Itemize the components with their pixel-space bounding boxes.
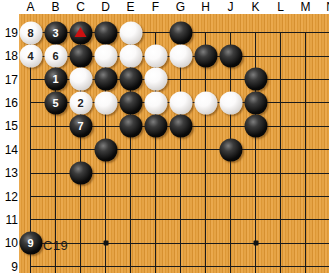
stone-black-E16 — [119, 91, 142, 114]
grid-vline — [230, 161, 231, 184]
grid-vline — [305, 255, 306, 273]
board-point-A13[interactable] — [18, 161, 43, 184]
board-point-B11[interactable] — [43, 208, 68, 231]
move-number-6: 6 — [52, 51, 58, 62]
stone-black-G15 — [169, 115, 192, 138]
grid-hline — [318, 219, 329, 220]
board-point-G18[interactable] — [168, 44, 193, 67]
board-point-G13[interactable] — [168, 161, 193, 184]
go-board-diagram: 834615279 ABCDEFGHJKLMN 1918171615141312… — [0, 0, 329, 273]
grid-vline — [255, 33, 256, 45]
go-board-grid: 834615279 — [18, 21, 329, 273]
grid-vline — [255, 161, 256, 184]
grid-hline — [31, 102, 44, 103]
board-point-E11[interactable] — [118, 208, 143, 231]
board-point-D14[interactable] — [93, 138, 118, 161]
caption-move-number: 9 — [27, 238, 33, 249]
grid-vline — [205, 208, 206, 231]
grid-vline — [155, 161, 156, 184]
board-point-D9[interactable] — [93, 255, 118, 273]
grid-vline — [205, 255, 206, 273]
grid-vline — [55, 208, 56, 231]
grid-vline — [80, 208, 81, 231]
grid-vline — [155, 185, 156, 208]
board-point-B13[interactable] — [43, 161, 68, 184]
grid-vline — [30, 138, 31, 161]
row-label-15: 15 — [0, 119, 19, 133]
stone-black-H18 — [194, 45, 217, 68]
board-point-D11[interactable] — [93, 208, 118, 231]
board-point-G14[interactable] — [168, 138, 193, 161]
grid-vline — [205, 232, 206, 255]
board-point-K17[interactable] — [243, 68, 268, 91]
grid-vline — [305, 138, 306, 161]
board-point-N11[interactable] — [318, 208, 329, 231]
column-label-J: J — [221, 0, 241, 14]
board-point-L9[interactable] — [268, 255, 293, 273]
board-point-H9[interactable] — [193, 255, 218, 273]
board-point-G9[interactable] — [168, 255, 193, 273]
board-point-A17[interactable] — [18, 68, 43, 91]
board-point-E10[interactable] — [118, 232, 143, 255]
grid-vline — [55, 161, 56, 184]
column-labels-strip: ABCDEFGHJKLMN — [0, 0, 329, 14]
board-point-H13[interactable] — [193, 161, 218, 184]
board-point-G17[interactable] — [168, 68, 193, 91]
board-point-F11[interactable] — [143, 208, 168, 231]
grid-vline — [155, 232, 156, 255]
grid-vline — [180, 161, 181, 184]
board-point-C9[interactable] — [68, 255, 93, 273]
stone-white-D16 — [94, 91, 117, 114]
grid-vline — [155, 255, 156, 273]
board-point-H15[interactable] — [193, 115, 218, 138]
row-label-9: 9 — [0, 260, 19, 273]
board-point-F19[interactable] — [143, 21, 168, 44]
grid-vline — [180, 185, 181, 208]
board-point-G16[interactable] — [168, 91, 193, 114]
column-label-C: C — [71, 0, 91, 14]
board-point-N14[interactable] — [318, 138, 329, 161]
board-point-F14[interactable] — [143, 138, 168, 161]
column-label-L: L — [271, 0, 291, 14]
grid-vline — [30, 208, 31, 231]
grid-vline — [205, 161, 206, 184]
board-point-C12[interactable] — [68, 185, 93, 208]
board-point-H12[interactable] — [193, 185, 218, 208]
grid-vline — [255, 44, 256, 67]
board-point-H18[interactable] — [193, 44, 218, 67]
move-number-2: 2 — [77, 97, 83, 108]
stone-black-K16 — [244, 91, 267, 114]
board-point-J9[interactable] — [218, 255, 243, 273]
stone-black-F15 — [144, 115, 167, 138]
board-point-C19[interactable] — [68, 21, 93, 44]
board-point-M13[interactable] — [293, 161, 318, 184]
board-point-E14[interactable] — [118, 138, 143, 161]
stone-black-E17 — [119, 68, 142, 91]
board-point-F12[interactable] — [143, 185, 168, 208]
board-point-A12[interactable] — [18, 185, 43, 208]
board-point-C14[interactable] — [68, 138, 93, 161]
board-point-K14[interactable] — [243, 138, 268, 161]
board-point-M17[interactable] — [293, 68, 318, 91]
grid-hline — [31, 126, 44, 127]
board-point-K11[interactable] — [243, 208, 268, 231]
grid-hline — [318, 173, 329, 174]
grid-vline — [255, 255, 256, 273]
board-point-D13[interactable] — [93, 161, 118, 184]
grid-vline — [255, 138, 256, 161]
board-point-G19[interactable] — [168, 21, 193, 44]
grid-vline — [130, 138, 131, 161]
grid-vline — [230, 68, 231, 91]
grid-vline — [280, 138, 281, 161]
board-point-F18[interactable] — [143, 44, 168, 67]
stone-black-E15 — [119, 115, 142, 138]
board-point-N15[interactable] — [318, 115, 329, 138]
grid-hline — [318, 56, 329, 57]
grid-vline — [30, 255, 31, 273]
grid-vline — [280, 208, 281, 231]
board-point-N9[interactable] — [318, 255, 329, 273]
grid-hline — [318, 149, 329, 150]
grid-vline — [130, 185, 131, 208]
board-point-L17[interactable] — [268, 68, 293, 91]
board-point-K12[interactable] — [243, 185, 268, 208]
column-label-N: N — [321, 0, 329, 14]
board-point-L14[interactable] — [268, 138, 293, 161]
grid-vline — [230, 33, 231, 45]
board-point-E15[interactable] — [118, 115, 143, 138]
board-point-F15[interactable] — [143, 115, 168, 138]
grid-vline — [280, 255, 281, 273]
grid-vline — [205, 115, 206, 138]
row-label-13: 13 — [0, 166, 19, 180]
board-point-F10[interactable] — [143, 232, 168, 255]
board-point-B19[interactable]: 3 — [43, 21, 68, 44]
grid-hline — [318, 126, 329, 127]
grid-vline — [80, 138, 81, 161]
grid-hline — [318, 32, 329, 33]
stone-black-C15: 7 — [69, 115, 92, 138]
board-point-M9[interactable] — [293, 255, 318, 273]
board-point-L15[interactable] — [268, 115, 293, 138]
stone-black-D17 — [94, 68, 117, 91]
board-point-L12[interactable] — [268, 185, 293, 208]
board-point-G15[interactable] — [168, 115, 193, 138]
grid-vline — [130, 208, 131, 231]
board-point-B14[interactable] — [43, 138, 68, 161]
grid-vline — [130, 255, 131, 273]
move-number-1: 1 — [52, 74, 58, 85]
stone-white-D18 — [94, 45, 117, 68]
board-point-G12[interactable] — [168, 185, 193, 208]
row-label-18: 18 — [0, 49, 19, 63]
grid-vline — [205, 138, 206, 161]
grid-vline — [255, 185, 256, 208]
grid-hline — [318, 196, 329, 197]
column-label-M: M — [296, 0, 316, 14]
board-point-F16[interactable] — [143, 91, 168, 114]
board-point-A15[interactable] — [18, 115, 43, 138]
move-number-8: 8 — [27, 27, 33, 38]
board-point-M16[interactable] — [293, 91, 318, 114]
grid-vline — [30, 161, 31, 184]
column-label-B: B — [46, 0, 66, 14]
grid-vline — [180, 232, 181, 255]
board-point-F17[interactable] — [143, 68, 168, 91]
board-point-D12[interactable] — [93, 185, 118, 208]
grid-vline — [30, 68, 31, 91]
star-point-D10 — [103, 241, 108, 246]
board-point-K10[interactable] — [243, 232, 268, 255]
grid-vline — [305, 68, 306, 91]
stone-black-D19 — [94, 21, 117, 44]
grid-vline — [230, 255, 231, 273]
grid-vline — [80, 255, 81, 273]
board-point-N19[interactable] — [318, 21, 329, 44]
grid-vline — [30, 115, 31, 138]
grid-vline — [30, 185, 31, 208]
board-point-N17[interactable] — [318, 68, 329, 91]
grid-hline — [318, 243, 329, 244]
board-point-B12[interactable] — [43, 185, 68, 208]
board-point-K18[interactable] — [243, 44, 268, 67]
stone-white-E18 — [119, 45, 142, 68]
grid-vline — [130, 232, 131, 255]
stone-black-J14 — [219, 138, 242, 161]
board-point-A11[interactable] — [18, 208, 43, 231]
stone-black-G19 — [169, 21, 192, 44]
board-point-C18[interactable] — [68, 44, 93, 67]
board-point-D15[interactable] — [93, 115, 118, 138]
board-point-M11[interactable] — [293, 208, 318, 231]
grid-vline — [280, 115, 281, 138]
row-label-14: 14 — [0, 143, 19, 157]
board-point-H14[interactable] — [193, 138, 218, 161]
board-point-B17[interactable]: 1 — [43, 68, 68, 91]
board-point-H10[interactable] — [193, 232, 218, 255]
board-point-J14[interactable] — [218, 138, 243, 161]
column-label-H: H — [196, 0, 216, 14]
board-point-E17[interactable] — [118, 68, 143, 91]
board-point-K16[interactable] — [243, 91, 268, 114]
board-point-G10[interactable] — [168, 232, 193, 255]
board-point-H17[interactable] — [193, 68, 218, 91]
board-point-H11[interactable] — [193, 208, 218, 231]
board-point-H16[interactable] — [193, 91, 218, 114]
board-point-J17[interactable] — [218, 68, 243, 91]
grid-vline — [230, 185, 231, 208]
board-point-C11[interactable] — [68, 208, 93, 231]
board-point-D17[interactable] — [93, 68, 118, 91]
stone-white-G18 — [169, 45, 192, 68]
board-point-L19[interactable] — [268, 21, 293, 44]
grid-vline — [280, 33, 281, 45]
board-point-C10[interactable] — [68, 232, 93, 255]
column-label-F: F — [146, 0, 166, 14]
board-point-C17[interactable] — [68, 68, 93, 91]
board-point-G11[interactable] — [168, 208, 193, 231]
board-point-D10[interactable] — [93, 232, 118, 255]
stone-black-B19: 3 — [44, 21, 67, 44]
column-label-A: A — [21, 0, 41, 14]
board-point-E12[interactable] — [118, 185, 143, 208]
move-number-7: 7 — [77, 121, 83, 132]
move-number-5: 5 — [52, 97, 58, 108]
board-point-B9[interactable] — [43, 255, 68, 273]
board-point-L16[interactable] — [268, 91, 293, 114]
column-label-K: K — [246, 0, 266, 14]
grid-vline — [305, 33, 306, 45]
grid-vline — [180, 208, 181, 231]
stone-white-F18 — [144, 45, 167, 68]
board-point-E19[interactable] — [118, 21, 143, 44]
board-point-M12[interactable] — [293, 185, 318, 208]
grid-vline — [105, 161, 106, 184]
row-label-16: 16 — [0, 96, 19, 110]
board-point-B16[interactable]: 5 — [43, 91, 68, 114]
board-point-J15[interactable] — [218, 115, 243, 138]
grid-vline — [230, 208, 231, 231]
caption-move-location: C19 — [43, 239, 68, 253]
board-point-A10[interactable]: 9 — [18, 232, 43, 255]
board-point-L18[interactable] — [268, 44, 293, 67]
stone-black-K17 — [244, 68, 267, 91]
stone-white-C17 — [69, 68, 92, 91]
grid-vline — [305, 208, 306, 231]
board-point-J11[interactable] — [218, 208, 243, 231]
grid-vline — [180, 138, 181, 161]
board-point-E16[interactable] — [118, 91, 143, 114]
column-label-D: D — [96, 0, 116, 14]
grid-vline — [205, 68, 206, 91]
board-point-D16[interactable] — [93, 91, 118, 114]
board-point-L11[interactable] — [268, 208, 293, 231]
board-point-B18[interactable]: 6 — [43, 44, 68, 67]
board-point-J13[interactable] — [218, 161, 243, 184]
board-point-K13[interactable] — [243, 161, 268, 184]
board-point-F13[interactable] — [143, 161, 168, 184]
grid-vline — [180, 68, 181, 91]
board-point-A19[interactable]: 8 — [18, 21, 43, 44]
board-point-K15[interactable] — [243, 115, 268, 138]
board-point-A9[interactable] — [18, 255, 43, 273]
grid-vline — [280, 44, 281, 67]
grid-vline — [80, 232, 81, 255]
row-label-17: 17 — [0, 73, 19, 87]
board-point-A18[interactable]: 4 — [18, 44, 43, 67]
grid-vline — [255, 208, 256, 231]
row-labels-strip: 191817161514131211109 — [0, 0, 19, 273]
grid-vline — [105, 115, 106, 138]
board-point-D19[interactable] — [93, 21, 118, 44]
grid-vline — [305, 161, 306, 184]
board-point-N16[interactable] — [318, 91, 329, 114]
grid-hline — [318, 266, 329, 267]
board-point-K19[interactable] — [243, 21, 268, 44]
grid-vline — [280, 232, 281, 255]
board-point-K9[interactable] — [243, 255, 268, 273]
stone-white-F16 — [144, 91, 167, 114]
board-point-N12[interactable] — [318, 185, 329, 208]
board-point-N10[interactable] — [318, 232, 329, 255]
board-point-N18[interactable] — [318, 44, 329, 67]
grid-vline — [105, 208, 106, 231]
stone-black-C18 — [69, 45, 92, 68]
board-point-B15[interactable] — [43, 115, 68, 138]
grid-vline — [55, 115, 56, 138]
board-point-M14[interactable] — [293, 138, 318, 161]
grid-vline — [155, 33, 156, 45]
board-point-C16[interactable]: 2 — [68, 91, 93, 114]
grid-vline — [130, 161, 131, 184]
board-point-M10[interactable] — [293, 232, 318, 255]
grid-vline — [305, 232, 306, 255]
stone-white-E19 — [119, 21, 142, 44]
row-label-19: 19 — [0, 26, 19, 40]
board-point-E18[interactable] — [118, 44, 143, 67]
grid-hline — [31, 149, 44, 150]
board-point-E13[interactable] — [118, 161, 143, 184]
stone-black-B16: 5 — [44, 91, 67, 114]
grid-vline — [280, 161, 281, 184]
board-point-M15[interactable] — [293, 115, 318, 138]
grid-vline — [55, 255, 56, 273]
caption-stone: 9 — [19, 232, 42, 255]
move-number-4: 4 — [27, 51, 33, 62]
grid-vline — [280, 68, 281, 91]
grid-hline — [31, 219, 44, 220]
stone-white-F17 — [144, 68, 167, 91]
board-point-J10[interactable] — [218, 232, 243, 255]
board-point-F9[interactable] — [143, 255, 168, 273]
board-point-E9[interactable] — [118, 255, 143, 273]
board-point-M19[interactable] — [293, 21, 318, 44]
board-point-J12[interactable] — [218, 185, 243, 208]
board-point-M18[interactable] — [293, 44, 318, 67]
stone-white-B18: 6 — [44, 45, 67, 68]
grid-vline — [305, 44, 306, 67]
stone-white-A18: 4 — [19, 45, 42, 68]
grid-vline — [105, 255, 106, 273]
grid-vline — [305, 185, 306, 208]
board-point-C15[interactable]: 7 — [68, 115, 93, 138]
board-point-J18[interactable] — [218, 44, 243, 67]
board-point-N13[interactable] — [318, 161, 329, 184]
grid-vline — [305, 115, 306, 138]
stone-white-A19: 8 — [19, 21, 42, 44]
board-point-L10[interactable] — [268, 232, 293, 255]
stone-white-G16 — [169, 91, 192, 114]
board-point-C13[interactable] — [68, 161, 93, 184]
grid-hline — [318, 102, 329, 103]
grid-vline — [230, 115, 231, 138]
board-point-A14[interactable] — [18, 138, 43, 161]
stone-white-C16: 2 — [69, 91, 92, 114]
grid-hline — [31, 196, 44, 197]
board-point-A16[interactable] — [18, 91, 43, 114]
grid-vline — [205, 33, 206, 45]
board-point-D18[interactable] — [93, 44, 118, 67]
board-point-H19[interactable] — [193, 21, 218, 44]
stone-black-J18 — [219, 45, 242, 68]
board-point-J19[interactable] — [218, 21, 243, 44]
board-point-J16[interactable] — [218, 91, 243, 114]
board-point-L13[interactable] — [268, 161, 293, 184]
grid-vline — [180, 255, 181, 273]
